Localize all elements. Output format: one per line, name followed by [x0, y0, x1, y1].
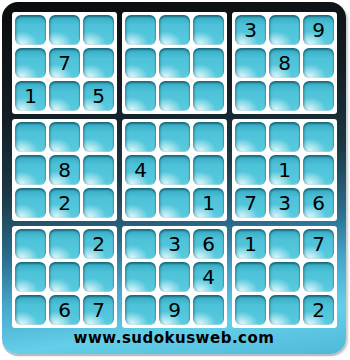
cell-r8c3[interactable]	[83, 262, 114, 292]
cell-r3c2[interactable]	[49, 81, 80, 111]
cell-r8c6[interactable]: 4	[193, 262, 224, 292]
box-2-3: 1736	[232, 119, 337, 221]
box-1-1: 715	[12, 12, 117, 114]
cell-r9c9[interactable]: 2	[303, 295, 334, 325]
cell-r2c8[interactable]: 8	[269, 48, 300, 78]
box-2-2: 41	[122, 119, 227, 221]
cell-r7c1[interactable]	[15, 229, 46, 259]
cell-r3c9[interactable]	[303, 81, 334, 111]
cell-r2c2[interactable]: 7	[49, 48, 80, 78]
cell-r3c4[interactable]	[125, 81, 156, 111]
cell-r5c8[interactable]: 1	[269, 155, 300, 185]
cell-r7c3[interactable]: 2	[83, 229, 114, 259]
cell-r9c6[interactable]	[193, 295, 224, 325]
cell-r7c6[interactable]: 6	[193, 229, 224, 259]
cell-r7c7[interactable]: 1	[235, 229, 266, 259]
website-url-label[interactable]: www.sudokusweb.com	[2, 329, 346, 347]
cell-r9c3[interactable]: 7	[83, 295, 114, 325]
cell-r2c3[interactable]	[83, 48, 114, 78]
cell-r6c6[interactable]: 1	[193, 188, 224, 218]
cell-r2c4[interactable]	[125, 48, 156, 78]
cell-r4c4[interactable]	[125, 122, 156, 152]
sudoku-grid: 715398824117362673649172	[12, 12, 337, 328]
cell-r3c8[interactable]	[269, 81, 300, 111]
cell-r2c9[interactable]	[303, 48, 334, 78]
cell-r8c9[interactable]	[303, 262, 334, 292]
cell-r1c4[interactable]	[125, 15, 156, 45]
cell-r3c5[interactable]	[159, 81, 190, 111]
cell-r8c1[interactable]	[15, 262, 46, 292]
cell-r4c3[interactable]	[83, 122, 114, 152]
cell-r9c5[interactable]: 9	[159, 295, 190, 325]
cell-r1c1[interactable]	[15, 15, 46, 45]
cell-r9c7[interactable]	[235, 295, 266, 325]
cell-r3c3[interactable]: 5	[83, 81, 114, 111]
cell-r4c7[interactable]	[235, 122, 266, 152]
cell-r2c1[interactable]	[15, 48, 46, 78]
cell-r9c1[interactable]	[15, 295, 46, 325]
cell-r7c4[interactable]	[125, 229, 156, 259]
cell-r4c9[interactable]	[303, 122, 334, 152]
cell-r8c8[interactable]	[269, 262, 300, 292]
cell-r1c7[interactable]: 3	[235, 15, 266, 45]
cell-r9c2[interactable]: 6	[49, 295, 80, 325]
cell-r1c3[interactable]	[83, 15, 114, 45]
cell-r8c2[interactable]	[49, 262, 80, 292]
cell-r8c5[interactable]	[159, 262, 190, 292]
cell-r2c7[interactable]	[235, 48, 266, 78]
cell-r3c1[interactable]: 1	[15, 81, 46, 111]
box-2-1: 82	[12, 119, 117, 221]
cell-r4c2[interactable]	[49, 122, 80, 152]
cell-r4c1[interactable]	[15, 122, 46, 152]
cell-r3c7[interactable]	[235, 81, 266, 111]
cell-r5c9[interactable]	[303, 155, 334, 185]
box-1-2	[122, 12, 227, 114]
cell-r6c7[interactable]: 7	[235, 188, 266, 218]
cell-r7c8[interactable]	[269, 229, 300, 259]
cell-r3c6[interactable]	[193, 81, 224, 111]
cell-r5c2[interactable]: 8	[49, 155, 80, 185]
cell-r7c9[interactable]: 7	[303, 229, 334, 259]
cell-r1c5[interactable]	[159, 15, 190, 45]
cell-r5c1[interactable]	[15, 155, 46, 185]
box-3-2: 3649	[122, 226, 227, 328]
sudoku-board: 715398824117362673649172 www.sudokusweb.…	[2, 2, 346, 354]
cell-r9c8[interactable]	[269, 295, 300, 325]
cell-r2c6[interactable]	[193, 48, 224, 78]
cell-r8c7[interactable]	[235, 262, 266, 292]
cell-r6c5[interactable]	[159, 188, 190, 218]
cell-r4c8[interactable]	[269, 122, 300, 152]
cell-r6c8[interactable]: 3	[269, 188, 300, 218]
box-3-3: 172	[232, 226, 337, 328]
cell-r6c3[interactable]	[83, 188, 114, 218]
cell-r7c5[interactable]: 3	[159, 229, 190, 259]
cell-r4c6[interactable]	[193, 122, 224, 152]
cell-r5c4[interactable]: 4	[125, 155, 156, 185]
cell-r5c3[interactable]	[83, 155, 114, 185]
box-1-3: 398	[232, 12, 337, 114]
cell-r1c9[interactable]: 9	[303, 15, 334, 45]
cell-r7c2[interactable]	[49, 229, 80, 259]
cell-r6c4[interactable]	[125, 188, 156, 218]
cell-r1c2[interactable]	[49, 15, 80, 45]
cell-r5c6[interactable]	[193, 155, 224, 185]
box-3-1: 267	[12, 226, 117, 328]
cell-r8c4[interactable]	[125, 262, 156, 292]
cell-r1c6[interactable]	[193, 15, 224, 45]
cell-r2c5[interactable]	[159, 48, 190, 78]
cell-r6c2[interactable]: 2	[49, 188, 80, 218]
cell-r1c8[interactable]	[269, 15, 300, 45]
cell-r6c9[interactable]: 6	[303, 188, 334, 218]
cell-r6c1[interactable]	[15, 188, 46, 218]
cell-r5c7[interactable]	[235, 155, 266, 185]
cell-r5c5[interactable]	[159, 155, 190, 185]
cell-r4c5[interactable]	[159, 122, 190, 152]
cell-r9c4[interactable]	[125, 295, 156, 325]
